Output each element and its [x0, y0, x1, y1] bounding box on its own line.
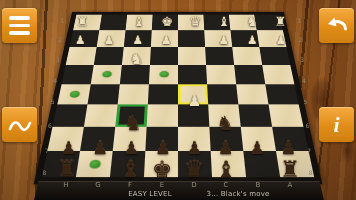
rank-label-left-7: 7	[45, 148, 49, 154]
square-b4[interactable]	[234, 65, 265, 84]
square-a4[interactable]	[262, 65, 294, 84]
piece-white-knight-b1[interactable]: ♞	[246, 15, 258, 28]
rank-label-left-8: 8	[43, 170, 47, 176]
piece-white-king-e1[interactable]: ♚	[161, 15, 173, 28]
square-c3[interactable]	[205, 47, 234, 65]
piece-black-rook-a8[interactable]: ♜	[280, 158, 300, 181]
square-d2[interactable]	[178, 30, 205, 47]
square-h6[interactable]	[53, 105, 88, 127]
square-e3[interactable]	[150, 47, 178, 65]
square-b3[interactable]	[232, 47, 262, 65]
undo-arrow-icon	[324, 13, 350, 39]
square-e5[interactable]	[148, 84, 178, 105]
piece-white-rook-a1[interactable]: ♜	[275, 15, 287, 28]
square-g5[interactable]	[87, 84, 119, 105]
square-e4[interactable]	[149, 65, 178, 84]
square-h5[interactable]	[57, 84, 90, 105]
square-h4[interactable]	[62, 65, 94, 84]
rank-label-left-3: 3	[56, 57, 60, 63]
file-label-f: F	[128, 182, 132, 189]
square-g3[interactable]	[94, 47, 124, 65]
piece-black-knight-c6[interactable]: ♞	[217, 114, 234, 134]
square-e6[interactable]	[147, 105, 178, 127]
rank-label-right-5: 5	[303, 99, 307, 105]
hamburger-icon	[9, 16, 30, 35]
file-label-e: E	[160, 182, 164, 189]
move-indicator-label: 3... Black's move	[206, 190, 269, 198]
rank-label-left-1: 1	[60, 18, 64, 24]
piece-white-pawn-b2[interactable]: ♟	[247, 35, 258, 47]
piece-white-pawn-a2[interactable]: ♟	[276, 35, 287, 47]
piece-black-pawn-b7[interactable]: ♟	[249, 140, 265, 158]
piece-white-pawn-d5[interactable]: ♟	[188, 94, 202, 109]
piece-white-pawn-g2[interactable]: ♟	[104, 35, 115, 47]
square-g6[interactable]	[84, 105, 118, 127]
piece-white-pawn-h2[interactable]: ♟	[75, 35, 86, 47]
file-label-a: A	[288, 182, 293, 189]
square-a5[interactable]	[265, 84, 298, 105]
piece-white-queen-d1[interactable]: ♛	[190, 15, 202, 28]
rank-label-left-5: 5	[51, 99, 55, 105]
square-g4[interactable]	[91, 65, 122, 84]
rank-label-left-4: 4	[53, 78, 57, 84]
piece-black-king-e8[interactable]: ♚	[152, 158, 172, 181]
piece-black-pawn-g7[interactable]: ♟	[92, 140, 108, 158]
board-rim-front: EASY LEVEL 3... Black's move HGFEDCBA	[34, 181, 324, 200]
rank-label-right-4: 4	[302, 78, 306, 84]
square-g1[interactable]	[99, 15, 127, 31]
square-a3[interactable]	[259, 47, 290, 65]
file-label-d: D	[191, 182, 196, 189]
piece-white-pawn-c2[interactable]: ♟	[219, 35, 230, 47]
square-a6[interactable]	[269, 105, 304, 127]
file-label-b: B	[256, 182, 261, 189]
piece-white-bishop-c1[interactable]: ♝	[218, 15, 230, 28]
square-f5[interactable]	[118, 84, 149, 105]
piece-white-rook-h1[interactable]: ♜	[76, 15, 88, 28]
rank-label-right-2: 2	[299, 37, 303, 43]
square-b6[interactable]	[238, 105, 272, 127]
rank-label-right-6: 6	[305, 123, 309, 129]
square-d4[interactable]	[178, 65, 207, 84]
rank-label-right-8: 8	[309, 170, 313, 176]
piece-black-bishop-c8[interactable]: ♝	[216, 158, 236, 181]
rank-label-right-7: 7	[307, 148, 311, 154]
piece-white-pawn-f2[interactable]: ♟	[132, 35, 143, 47]
piece-black-rook-h8[interactable]: ♜	[56, 158, 76, 181]
square-b5[interactable]	[236, 84, 268, 105]
undo-button[interactable]	[319, 8, 354, 43]
square-h3[interactable]	[66, 47, 97, 65]
rank-label-right-1: 1	[298, 18, 302, 24]
info-icon: i	[333, 114, 339, 136]
piece-white-bishop-f1[interactable]: ♝	[133, 15, 145, 28]
square-c5[interactable]	[207, 84, 238, 105]
squiggle-icon	[7, 112, 33, 138]
difficulty-level-label: EASY LEVEL	[128, 190, 172, 198]
rank-label-right-3: 3	[300, 57, 304, 63]
piece-black-queen-d8[interactable]: ♛	[184, 158, 204, 181]
file-label-h: H	[63, 182, 68, 189]
piece-white-knight-f3[interactable]: ♞	[130, 52, 143, 67]
menu-button[interactable]	[2, 8, 37, 43]
info-button[interactable]: i	[319, 107, 354, 142]
piece-white-pawn-e2[interactable]: ♟	[161, 35, 172, 47]
file-label-g: G	[95, 182, 100, 189]
piece-black-bishop-f8[interactable]: ♝	[120, 158, 140, 181]
square-c4[interactable]	[206, 65, 236, 84]
file-label-c: C	[224, 182, 229, 189]
rank-label-left-6: 6	[48, 123, 52, 129]
chess-app-screen: EASY LEVEL 3... Black's move HGFEDCBA ♜♝…	[0, 0, 356, 200]
piece-black-knight-f6[interactable]: ♞	[124, 114, 141, 134]
square-d3[interactable]	[178, 47, 206, 65]
rank-label-left-2: 2	[58, 37, 62, 43]
squiggle-button[interactable]	[2, 107, 37, 142]
